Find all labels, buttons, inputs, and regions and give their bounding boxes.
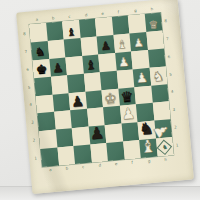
- square-a3: [37, 112, 55, 131]
- square-a8: [29, 23, 47, 42]
- rank-label-right-7: 7: [166, 37, 169, 41]
- square-h4: [151, 84, 169, 103]
- square-c2: [72, 127, 90, 146]
- file-label-bottom-d: d: [98, 164, 101, 168]
- square-f3: [119, 105, 137, 124]
- square-a7: [31, 41, 49, 60]
- square-e1: [106, 142, 124, 161]
- table-edge: [0, 186, 200, 200]
- knight-logo-icon: ♞: [161, 143, 167, 150]
- square-a4: [36, 94, 54, 113]
- square-f7: [113, 33, 131, 52]
- square-d2: [88, 125, 106, 144]
- square-d1: [90, 143, 108, 162]
- file-label-top-c: c: [68, 15, 71, 19]
- square-a1: [41, 148, 59, 167]
- rank-label-left-4: 4: [29, 103, 32, 107]
- file-label-bottom-f: f: [131, 161, 133, 165]
- square-e7: [97, 35, 115, 54]
- square-h8: [144, 13, 162, 32]
- square-g2: [138, 121, 156, 140]
- square-c3: [70, 109, 88, 128]
- rank-label-right-6: 6: [168, 55, 171, 59]
- rank-label-right-4: 4: [171, 90, 174, 94]
- square-g8: [128, 14, 146, 33]
- square-f8: [111, 16, 129, 35]
- square-d3: [87, 108, 105, 127]
- file-label-top-h: h: [150, 7, 153, 11]
- square-b5: [51, 75, 69, 94]
- square-e5: [100, 71, 118, 90]
- square-f5: [116, 69, 134, 88]
- square-g3: [136, 103, 154, 122]
- rank-label-right-2: 2: [174, 126, 177, 130]
- file-label-top-b: b: [52, 16, 55, 20]
- square-g6: [131, 50, 149, 69]
- square-c7: [64, 38, 82, 57]
- square-f2: [121, 122, 139, 141]
- square-g7: [129, 32, 147, 51]
- file-label-top-e: e: [101, 12, 104, 16]
- file-label-bottom-a: a: [49, 168, 52, 172]
- rank-label-left-2: 2: [33, 139, 36, 143]
- photo-backdrop: ♞♝♛♞♟♝♟♚♟♝♟♟♞♟♚♛♟♟♞♟♝ aabbccddeeffgghh88…: [0, 0, 200, 200]
- square-e3: [103, 106, 121, 125]
- square-c1: [73, 145, 91, 164]
- file-label-bottom-b: b: [66, 167, 69, 171]
- square-e6: [98, 53, 116, 72]
- square-e2: [105, 124, 123, 143]
- square-b6: [49, 57, 67, 76]
- square-c6: [65, 56, 83, 75]
- rank-label-left-6: 6: [26, 67, 29, 71]
- square-a5: [34, 76, 52, 95]
- file-label-top-g: g: [134, 9, 137, 13]
- square-f1: [123, 140, 141, 159]
- square-h5: [149, 66, 167, 85]
- rank-label-right-1: 1: [176, 144, 179, 148]
- square-d4: [85, 90, 103, 109]
- file-label-top-a: a: [35, 18, 38, 22]
- square-h7: [146, 30, 164, 49]
- square-d8: [79, 19, 97, 38]
- square-b4: [52, 93, 70, 112]
- file-label-top-f: f: [118, 10, 120, 14]
- file-label-bottom-g: g: [148, 159, 151, 163]
- file-label-bottom-h: h: [164, 158, 167, 162]
- square-a6: [32, 59, 50, 78]
- square-b1: [57, 146, 75, 165]
- square-f4: [118, 87, 136, 106]
- square-g5: [133, 68, 151, 87]
- rank-label-left-3: 3: [31, 121, 34, 125]
- rank-label-left-5: 5: [28, 85, 31, 89]
- square-h6: [147, 48, 165, 67]
- square-b2: [55, 128, 73, 147]
- square-g4: [134, 85, 152, 104]
- rank-label-right-5: 5: [169, 72, 172, 76]
- file-label-bottom-c: c: [82, 165, 85, 169]
- file-label-bottom-e: e: [115, 162, 118, 166]
- rank-label-right-3: 3: [172, 108, 175, 112]
- square-f6: [115, 51, 133, 70]
- chess-board: ♞♝♛♞♟♝♟♚♟♝♟♟♞♟♚♛♟♟♞♟♝: [29, 13, 173, 167]
- square-h2: [154, 119, 172, 138]
- logo-diamond: ♞: [157, 139, 172, 154]
- square-a2: [39, 130, 57, 149]
- square-d6: [82, 54, 100, 73]
- file-label-top-d: d: [85, 13, 88, 17]
- square-c5: [67, 73, 85, 92]
- square-g1: [139, 139, 157, 158]
- square-e8: [95, 17, 113, 36]
- square-b8: [46, 22, 64, 41]
- rank-label-left-8: 8: [23, 32, 26, 36]
- board-brand-logo: ♞: [156, 137, 174, 156]
- square-c8: [62, 20, 80, 39]
- square-d7: [80, 36, 98, 55]
- chess-mat: ♞♝♛♞♟♝♟♚♟♝♟♟♞♟♚♛♟♟♞♟♝ aabbccddeeffgghh88…: [16, 0, 194, 194]
- square-e4: [101, 88, 119, 107]
- rank-label-left-7: 7: [24, 50, 27, 54]
- rank-label-right-8: 8: [164, 19, 167, 23]
- square-d5: [83, 72, 101, 91]
- square-b7: [47, 39, 65, 58]
- rank-label-left-1: 1: [34, 156, 37, 160]
- square-h3: [152, 102, 170, 121]
- square-c4: [69, 91, 87, 110]
- square-b3: [54, 111, 72, 130]
